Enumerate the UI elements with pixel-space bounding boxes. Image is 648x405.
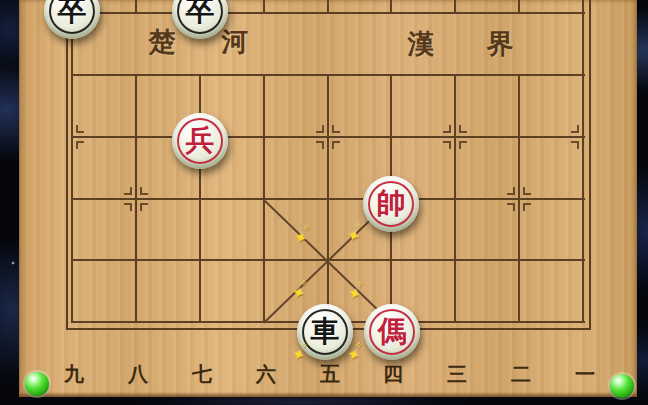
grid-line [135,75,137,323]
grid-line [135,0,137,14]
board-frame-left [66,0,68,330]
grid-line [454,75,456,323]
piece-character: 帥 [363,176,419,232]
grid-line [454,0,456,14]
grid-line [263,0,265,14]
grid-line [582,0,584,323]
river-label-han: 漢 [403,28,439,60]
point-marker [76,141,78,149]
piece-character: 卒 [172,0,228,39]
file-label-9: 一 [569,362,601,386]
point-marker [76,125,78,133]
status-orb-right [610,374,634,398]
file-label-6: 四 [377,362,409,386]
piece-red-horse[interactable]: 傌 [364,304,420,360]
point-marker [332,141,334,149]
point-marker [523,187,525,195]
file-label-2: 八 [122,362,154,386]
file-label-4: 六 [250,362,282,386]
piece-black-soldier-1[interactable]: 卒 [44,0,100,39]
sparkle-icon-small: ✧ [302,224,310,233]
grid-line [518,0,520,14]
point-marker [577,141,579,149]
point-marker [140,187,142,195]
board-frame-right [589,0,591,330]
piece-character: 兵 [172,113,228,169]
sparkle-icon-small: ✧ [355,341,363,350]
point-marker [513,203,515,211]
point-marker [322,125,324,133]
file-label-1: 九 [58,362,90,386]
point-marker [513,187,515,195]
point-marker [130,187,132,195]
grid-line [390,0,392,14]
grid-line [327,75,329,323]
point-marker [449,125,451,133]
file-label-8: 二 [505,362,537,386]
piece-character: 卒 [44,0,100,39]
point-marker [130,203,132,211]
sparkle-icon-small: ✧ [356,280,364,289]
status-orb-left [25,372,49,396]
grid-line [71,0,73,323]
point-marker [577,125,579,133]
point-marker [332,125,334,133]
point-marker [459,141,461,149]
grid-line [327,0,329,14]
grid-line [518,75,520,323]
river-label-jie: 界 [482,28,518,60]
file-label-5: 五 [314,362,346,386]
piece-black-soldier-2[interactable]: 卒 [172,0,228,39]
point-marker [140,203,142,211]
sparkle-icon-small: ✧ [300,341,308,350]
sparkle-icon-small: ✧ [300,279,308,288]
point-marker [449,141,451,149]
file-label-3: 七 [186,362,218,386]
sparkle-icon-small: ✧ [355,222,363,231]
point-marker [459,125,461,133]
xiangqi-game-screen: 楚河漢界九八七六五四三二一 卒卒兵帥車傌 ✦✧✦✧✦✧✦✧✦✧✦✧ [0,0,648,405]
piece-red-general[interactable]: 帥 [363,176,419,232]
piece-red-soldier-1[interactable]: 兵 [172,113,228,169]
file-label-7: 三 [441,362,473,386]
point-marker [523,203,525,211]
point-marker [322,141,324,149]
piece-character: 傌 [364,304,420,360]
